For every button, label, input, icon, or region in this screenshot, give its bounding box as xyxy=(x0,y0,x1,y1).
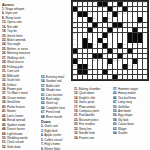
grid-cell[interactable]: 34 xyxy=(118,28,122,33)
across-clue: 37. Tin Man's need xyxy=(2,92,39,96)
grid-cell[interactable] xyxy=(83,49,87,54)
black-cell xyxy=(133,28,137,33)
grid-cell[interactable] xyxy=(93,7,97,12)
grid-cell[interactable] xyxy=(108,23,112,28)
cell-number: 41 xyxy=(73,43,75,46)
cell-number: 19 xyxy=(73,12,75,15)
grid-cell[interactable]: 39 xyxy=(88,38,92,43)
grid-cell[interactable]: 8 xyxy=(123,2,127,7)
across-clue: 13. Opera solo xyxy=(2,20,39,24)
grid-cell[interactable] xyxy=(88,33,92,38)
grid-cell[interactable] xyxy=(133,70,137,75)
across-clue: 35. Deface xyxy=(2,83,39,87)
clue-number: 23. xyxy=(74,118,79,121)
grid-cell[interactable] xyxy=(143,54,147,59)
grid-cell[interactable] xyxy=(83,17,87,22)
clue-number: 11. xyxy=(74,87,79,90)
down-clue: 23. Museum piece xyxy=(74,118,111,122)
grid-cell[interactable] xyxy=(138,70,142,75)
grid-cell[interactable]: 10 xyxy=(133,2,137,7)
grid-cell[interactable] xyxy=(83,23,87,28)
clue-number: 21. xyxy=(74,114,79,117)
down-clue: 9. Winter flake xyxy=(41,147,71,150)
cell-number: 56 xyxy=(98,59,100,62)
grid-cell[interactable] xyxy=(143,23,147,28)
across-clue: 18. Tiny bit xyxy=(2,29,39,33)
black-cell xyxy=(88,43,92,48)
black-cell xyxy=(133,33,137,38)
across-clue: 31. Corn unit xyxy=(2,69,39,73)
clue-number: 4. xyxy=(41,134,44,137)
black-cell xyxy=(98,54,102,59)
grid-cell[interactable] xyxy=(98,64,102,69)
cell-number: 26 xyxy=(108,17,110,20)
clue-number: 7. xyxy=(41,142,44,145)
grid-cell[interactable]: 12 xyxy=(143,2,147,7)
down-clue-column-left: 11. Baking chamber12. Quiet down14. Knig… xyxy=(74,87,111,149)
cell-number: 30 xyxy=(138,22,140,25)
clue-number: 44. xyxy=(2,118,7,121)
grid-cell[interactable] xyxy=(133,12,137,17)
grid-cell[interactable]: 52 xyxy=(103,54,107,59)
cell-number: 24 xyxy=(73,17,75,20)
grid-cell[interactable] xyxy=(123,28,127,33)
grid-cell[interactable]: 16 xyxy=(113,7,117,12)
cell-number: 45 xyxy=(123,43,125,46)
grid-cell[interactable]: 5 xyxy=(93,2,97,7)
grid-cell[interactable] xyxy=(123,70,127,75)
grid-cell[interactable]: 1 xyxy=(73,2,77,7)
cell-number: 64 xyxy=(133,64,135,67)
black-cell xyxy=(113,12,117,17)
grid-cell[interactable] xyxy=(143,17,147,22)
clue-number: 63. xyxy=(41,97,46,100)
across-clue: 42. Lion's home xyxy=(2,114,39,118)
grid-cell[interactable] xyxy=(78,54,82,59)
grid-cell[interactable]: 54 xyxy=(78,59,82,64)
grid-cell[interactable] xyxy=(128,23,132,28)
down-header: Down xyxy=(41,120,71,125)
clue-number: 35. xyxy=(2,83,7,86)
grid-cell[interactable]: 13 xyxy=(78,7,82,12)
grid-cell[interactable] xyxy=(143,12,147,17)
clue-number: 68. xyxy=(41,115,46,118)
grid-cell[interactable] xyxy=(128,12,132,17)
clue-number: 30. xyxy=(74,123,79,126)
grid-cell[interactable] xyxy=(118,49,122,54)
grid-cell[interactable]: 23 xyxy=(123,12,127,17)
grid-cell[interactable]: 67 xyxy=(73,75,77,80)
black-cell xyxy=(138,33,142,38)
clue-number: 67. xyxy=(41,111,46,114)
grid-cell[interactable] xyxy=(138,54,142,59)
cell-number: 33 xyxy=(113,27,115,30)
grid-cell[interactable]: 6 xyxy=(108,2,112,7)
clue-number: 37. xyxy=(113,87,118,90)
grid-cell[interactable] xyxy=(83,7,87,12)
grid-cell[interactable] xyxy=(138,75,142,80)
black-cell xyxy=(103,17,107,22)
grid-cell[interactable] xyxy=(128,75,132,80)
grid-cell[interactable] xyxy=(138,49,142,54)
grid-cell[interactable]: 51 xyxy=(73,54,77,59)
grid-cell[interactable] xyxy=(113,17,117,22)
grid-cell[interactable]: 53 xyxy=(123,54,127,59)
grid-cell[interactable]: 47 xyxy=(138,43,142,48)
clue-number: 31. xyxy=(2,69,7,72)
cell-number: 68 xyxy=(118,74,120,77)
across-header: Across xyxy=(2,2,39,7)
grid-cell[interactable]: 55 xyxy=(93,59,97,64)
grid-cell[interactable] xyxy=(128,17,132,22)
grid-cell[interactable] xyxy=(133,23,137,28)
black-cell xyxy=(108,49,112,54)
cell-number: 48 xyxy=(78,48,80,51)
grid-cell[interactable]: 64 xyxy=(133,64,137,69)
grid-cell[interactable]: 3 xyxy=(83,2,87,7)
down-clue: 4. Apple center xyxy=(41,134,71,138)
grid-cell[interactable] xyxy=(98,12,102,17)
grid-cell[interactable] xyxy=(98,49,102,54)
grid-cell[interactable]: 26 xyxy=(108,17,112,22)
down-clue: 37. Hammer target xyxy=(113,87,149,91)
grid-cell[interactable] xyxy=(138,7,142,12)
cell-number: 10 xyxy=(133,1,135,4)
grid-cell[interactable] xyxy=(103,28,107,33)
clue-number: 19. xyxy=(74,109,79,112)
across-clue: 20. Greek letter xyxy=(2,34,39,38)
across-clue: 28. Wool source xyxy=(2,61,39,65)
grid-cell[interactable]: 57 xyxy=(113,59,117,64)
grid-cell[interactable] xyxy=(88,7,92,12)
clue-number: 65. xyxy=(41,102,46,105)
across-clue: 54. Garden tool xyxy=(41,79,71,83)
cell-number: 66 xyxy=(108,69,110,72)
grid-cell[interactable]: 42 xyxy=(93,43,97,48)
across-clue-list: 1. Stage whisper6. Gym unit8. Sharp tast… xyxy=(2,7,39,149)
grid-cell[interactable] xyxy=(133,17,137,22)
cell-number: 67 xyxy=(73,74,75,77)
down-clue: 17. Plow animal xyxy=(74,105,111,109)
grid-cell[interactable]: 17 xyxy=(118,7,122,12)
clue-number: 9. xyxy=(41,147,44,150)
cell-number: 43 xyxy=(98,43,100,46)
grid-cell[interactable] xyxy=(108,54,112,59)
clue-number: 40. xyxy=(2,105,7,108)
grid-cell[interactable]: 58 xyxy=(118,59,122,64)
across-clue: 29. Fishing pole xyxy=(2,65,39,69)
grid-cell[interactable]: 35 xyxy=(138,28,142,33)
clue-number: 33. xyxy=(74,132,79,135)
grid-cell[interactable] xyxy=(88,54,92,59)
grid-cell[interactable]: 43 xyxy=(98,43,102,48)
across-clue: 16. Not odd xyxy=(2,25,39,29)
cell-number: 49 xyxy=(113,48,115,51)
black-cell xyxy=(123,7,127,12)
across-clue: 39. Small bite xyxy=(2,101,39,105)
down-clue: 15. Swiss peak xyxy=(74,100,111,104)
grid-cell[interactable] xyxy=(83,28,87,33)
across-clue: 67. Pencil end xyxy=(41,111,71,115)
grid-cell[interactable] xyxy=(93,49,97,54)
across-clue: 66. Campfire treat xyxy=(41,106,71,110)
grid-cell[interactable] xyxy=(113,64,117,69)
black-cell xyxy=(108,7,112,12)
cell-number: 31 xyxy=(73,27,75,30)
grid-cell[interactable] xyxy=(103,59,107,64)
grid-cell[interactable] xyxy=(103,64,107,69)
grid-cell[interactable] xyxy=(118,38,122,43)
cell-number: 44 xyxy=(108,43,110,46)
black-cell xyxy=(103,43,107,48)
grid-cell[interactable]: 60 xyxy=(73,64,77,69)
grid-cell[interactable] xyxy=(133,54,137,59)
grid-cell[interactable] xyxy=(103,23,107,28)
clue-number: 57. xyxy=(41,84,46,87)
grid-cell[interactable] xyxy=(143,75,147,80)
grid-cell[interactable]: 41 xyxy=(73,43,77,48)
clue-number: 33. xyxy=(2,78,7,81)
grid-cell[interactable]: 63 xyxy=(128,64,132,69)
across-clue: 59. Shade tree xyxy=(41,88,71,92)
grid-cell[interactable] xyxy=(143,38,147,43)
crossword-page: Across 1. Stage whisper6. Gym unit8. Sha… xyxy=(0,0,150,150)
grid-cell[interactable] xyxy=(88,75,92,80)
clue-number: 1. xyxy=(2,7,5,10)
down-clue: 12. Quiet down xyxy=(74,91,111,95)
grid-cell[interactable]: 49 xyxy=(113,49,117,54)
grid-cell[interactable] xyxy=(98,75,102,80)
grid-cell[interactable]: 59 xyxy=(138,59,142,64)
grid-cell[interactable]: 18 xyxy=(128,7,132,12)
grid-cell[interactable]: 44 xyxy=(108,43,112,48)
clue-number: 48. xyxy=(2,127,7,130)
grid-cell[interactable]: 22 xyxy=(118,12,122,17)
grid-cell[interactable] xyxy=(128,54,132,59)
grid-cell[interactable] xyxy=(93,75,97,80)
grid-cell[interactable] xyxy=(78,17,82,22)
grid-cell[interactable]: 29 xyxy=(123,23,127,28)
grid-cell[interactable] xyxy=(113,38,117,43)
grid-cell[interactable]: 56 xyxy=(98,59,102,64)
grid-cell[interactable] xyxy=(113,54,117,59)
black-cell xyxy=(88,28,92,33)
grid-cell[interactable]: 36 xyxy=(73,33,77,38)
clue-number: 12. xyxy=(74,91,79,94)
grid-cell[interactable]: 40 xyxy=(103,38,107,43)
grid-cell[interactable] xyxy=(143,28,147,33)
across-clue: 25. Before, in verse xyxy=(2,47,39,51)
grid-cell[interactable] xyxy=(143,43,147,48)
grid-cell[interactable] xyxy=(128,28,132,33)
clue-number: 38. xyxy=(2,96,7,99)
clue-number: 28. xyxy=(2,61,7,64)
grid-cell[interactable] xyxy=(83,59,87,64)
cell-number: 5 xyxy=(93,1,94,4)
grid-cell[interactable]: 19 xyxy=(73,12,77,17)
grid-cell[interactable] xyxy=(143,59,147,64)
grid-cell[interactable] xyxy=(143,33,147,38)
grid-cell[interactable] xyxy=(83,54,87,59)
across-clue: 22. Make amends xyxy=(2,38,39,42)
cell-number: 8 xyxy=(123,1,124,4)
clue-number: 6. xyxy=(2,12,5,15)
grid-cell[interactable] xyxy=(123,75,127,80)
across-clue: 40. Parka feature xyxy=(2,105,39,109)
grid-cell[interactable] xyxy=(108,75,112,80)
clue-number: 26. xyxy=(2,52,7,55)
grid-cell[interactable] xyxy=(138,64,142,69)
clue-number: 29. xyxy=(2,65,7,68)
black-cell xyxy=(78,70,82,75)
grid-cell[interactable] xyxy=(98,70,102,75)
grid-cell[interactable] xyxy=(83,33,87,38)
cell-number: 20 xyxy=(88,12,90,15)
down-clue: 50. Gold bar xyxy=(113,105,149,109)
grid-cell[interactable] xyxy=(118,64,122,69)
clue-number: 66. xyxy=(41,106,46,109)
across-clue: 1. Stage whisper xyxy=(2,7,39,11)
clue-number: 61. xyxy=(41,93,46,96)
across-clue: 49. Light brown xyxy=(2,132,39,136)
across-clue: 27. Walking stick xyxy=(2,56,39,60)
grid-cell[interactable] xyxy=(93,33,97,38)
grid-cell[interactable] xyxy=(138,12,142,17)
black-cell xyxy=(118,43,122,48)
black-cell xyxy=(128,49,132,54)
grid-cell[interactable]: 48 xyxy=(78,49,82,54)
grid-cell[interactable] xyxy=(93,12,97,17)
grid-cell[interactable]: 11 xyxy=(138,2,142,7)
grid-cell[interactable] xyxy=(93,70,97,75)
grid-cell[interactable]: 45 xyxy=(123,43,127,48)
across-clue: 26. Morning moisture xyxy=(2,52,39,56)
grid-cell[interactable] xyxy=(128,43,132,48)
cell-number: 53 xyxy=(123,53,125,56)
clue-number: 46. xyxy=(113,96,118,99)
black-cell xyxy=(128,38,132,43)
grid-cell[interactable] xyxy=(143,64,147,69)
across-clue: 36. Flower part xyxy=(2,87,39,91)
cell-number: 59 xyxy=(138,59,140,62)
grid-cell[interactable]: 50 xyxy=(133,49,137,54)
across-clue: 38. Ocean motion xyxy=(2,96,39,100)
clue-number: 32. xyxy=(74,127,79,130)
grid-cell[interactable] xyxy=(143,70,147,75)
down-clue: 60. Caviar base xyxy=(113,123,149,127)
clue-number: 18. xyxy=(2,29,7,32)
grid-cell[interactable]: 32 xyxy=(93,28,97,33)
clue-number: 50. xyxy=(2,136,7,139)
down-clue: 14. Knight's title xyxy=(74,96,111,100)
across-clue: 33. Sushi fish xyxy=(2,78,39,82)
grid-cell[interactable]: 14 xyxy=(98,7,102,12)
cell-number: 65 xyxy=(88,69,90,72)
across-clue: 48. Desert haven xyxy=(2,127,39,131)
grid-cell[interactable] xyxy=(78,23,82,28)
grid-cell[interactable] xyxy=(113,33,117,38)
grid-cell[interactable] xyxy=(88,23,92,28)
grid-cell[interactable] xyxy=(103,75,107,80)
grid-cell[interactable] xyxy=(78,33,82,38)
down-clue-list-head: 2. Garlic unit3. Night bird4. Apple cent… xyxy=(41,125,71,150)
black-cell xyxy=(103,70,107,75)
grid-cell[interactable] xyxy=(98,33,102,38)
grid-cell[interactable] xyxy=(118,33,122,38)
clue-number: 22. xyxy=(2,38,7,41)
down-clue: 47. Long story xyxy=(113,100,149,104)
grid-cell[interactable] xyxy=(128,70,132,75)
cell-number: 27 xyxy=(73,22,75,25)
grid-cell[interactable]: 65 xyxy=(88,70,92,75)
across-clue: 52. Salty drop xyxy=(2,145,39,149)
clue-number: 60. xyxy=(113,123,118,126)
cell-number: 60 xyxy=(73,64,75,67)
grid-cell[interactable]: 15 xyxy=(103,7,107,12)
clue-number: 43. xyxy=(113,91,118,94)
cell-number: 63 xyxy=(128,64,130,67)
grid-cell[interactable]: 66 xyxy=(108,70,112,75)
grid-cell[interactable] xyxy=(93,64,97,69)
clue-number: 3. xyxy=(41,129,44,132)
down-clue: 33. Needle hole xyxy=(74,132,111,136)
cell-number: 13 xyxy=(78,6,80,9)
grid-cell[interactable] xyxy=(83,75,87,80)
grid-cell[interactable]: 33 xyxy=(113,28,117,33)
clue-number: 39. xyxy=(2,101,7,104)
grid-cell[interactable]: 68 xyxy=(118,75,122,80)
grid-cell[interactable] xyxy=(143,7,147,12)
grid-cell[interactable] xyxy=(118,17,122,22)
clue-number: 13. xyxy=(2,20,7,23)
down-clue: 19. Compass point xyxy=(74,109,111,113)
cell-number: 40 xyxy=(103,38,105,41)
grid-cell[interactable]: 37 xyxy=(108,33,112,38)
cell-number: 37 xyxy=(108,32,110,35)
grid-cell[interactable]: 4 xyxy=(88,2,92,7)
grid-cell[interactable]: 28 xyxy=(98,23,102,28)
grid-cell[interactable] xyxy=(78,28,82,33)
grid-cell[interactable] xyxy=(88,49,92,54)
grid-cell[interactable]: 21 xyxy=(108,12,112,17)
across-clue: 45. Spoken exam xyxy=(2,123,39,127)
grid-cell[interactable]: 25 xyxy=(93,17,97,22)
cell-number: 34 xyxy=(118,27,120,30)
grid-cell[interactable] xyxy=(78,75,82,80)
cell-number: 4 xyxy=(88,1,89,4)
grid-cell[interactable] xyxy=(143,49,147,54)
grid-cell[interactable] xyxy=(123,33,127,38)
clue-number: 56. xyxy=(113,114,118,117)
down-clue: 56. Egg shape xyxy=(113,114,149,118)
grid-cell[interactable] xyxy=(123,59,127,64)
black-cell xyxy=(83,70,87,75)
cell-number: 1 xyxy=(73,1,74,4)
down-clue: 34. Frozen rain xyxy=(74,136,111,140)
across-clue: 8. Sharp taste xyxy=(2,16,39,20)
grid-cell[interactable] xyxy=(78,38,82,43)
cell-number: 3 xyxy=(83,1,84,4)
grid-cell[interactable] xyxy=(103,12,107,17)
grid-cell[interactable] xyxy=(98,28,102,33)
cell-number: 32 xyxy=(93,27,95,30)
down-clue: 62. Wager xyxy=(113,127,149,131)
grid-cell[interactable]: 20 xyxy=(88,12,92,17)
grid-cell[interactable] xyxy=(113,70,117,75)
grid-cell[interactable] xyxy=(133,75,137,80)
grid-cell[interactable] xyxy=(133,7,137,12)
across-clue-column: Across 1. Stage whisper6. Gym unit8. Sha… xyxy=(2,1,39,149)
